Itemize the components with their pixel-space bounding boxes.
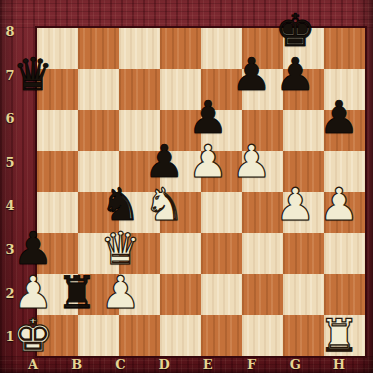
file-label-h: H	[333, 357, 345, 372]
rank-label-2: 2	[5, 285, 14, 300]
pieces-layer: ♚♛♟♟♟♟♟♟♟♞♞♟♟♟♛♟♜♟♚♜	[0, 0, 373, 373]
piece-white-knight[interactable]: ♞	[140, 181, 188, 229]
piece-black-pawn[interactable]: ♟	[271, 51, 319, 99]
file-label-f: F	[247, 357, 256, 372]
piece-white-pawn[interactable]: ♟	[228, 138, 276, 186]
rank-label-3: 3	[5, 242, 14, 257]
piece-black-pawn[interactable]: ♟	[228, 51, 276, 99]
piece-black-pawn[interactable]: ♟	[315, 94, 363, 142]
rank-label-5: 5	[5, 154, 14, 169]
rank-label-6: 6	[5, 111, 14, 126]
file-label-c: C	[115, 357, 125, 372]
rank-label-8: 8	[5, 24, 14, 39]
file-label-b: B	[71, 357, 82, 372]
file-label-g: G	[290, 357, 301, 372]
piece-white-king[interactable]: ♚	[9, 312, 57, 360]
piece-black-rook[interactable]: ♜	[53, 269, 101, 317]
rank-label-1: 1	[5, 329, 14, 344]
piece-black-queen[interactable]: ♛	[9, 51, 57, 99]
file-label-d: D	[158, 357, 169, 372]
piece-white-pawn[interactable]: ♟	[271, 181, 319, 229]
rank-label-4: 4	[5, 198, 14, 213]
rank-label-7: 7	[5, 67, 14, 82]
piece-white-pawn[interactable]: ♟	[184, 138, 232, 186]
board-frame: ♚♛♟♟♟♟♟♟♟♞♞♟♟♟♛♟♜♟♚♜ 87654321ABCDEFGH	[0, 0, 373, 373]
piece-white-pawn[interactable]: ♟	[315, 181, 363, 229]
file-label-a: A	[28, 357, 38, 372]
piece-white-rook[interactable]: ♜	[315, 312, 363, 360]
piece-white-pawn[interactable]: ♟	[96, 269, 144, 317]
file-label-e: E	[203, 357, 213, 372]
